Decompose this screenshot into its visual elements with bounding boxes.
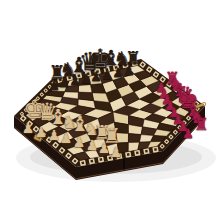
white-piece-pawn: ♟ — [35, 125, 48, 139]
red-piece-pawn: ♟ — [182, 127, 194, 140]
red-piece-rook: ♜ — [193, 116, 208, 133]
black-piece-pawn: ♟ — [69, 74, 81, 87]
white-piece-pawn: ♟ — [48, 128, 61, 142]
black-piece-pawn: ♟ — [101, 68, 113, 81]
white-piece-pawn: ♟ — [98, 141, 111, 155]
black-piece-pawn: ♟ — [90, 70, 102, 83]
black-piece-pawn: ♟ — [58, 76, 70, 89]
black-piece-pawn: ♟ — [123, 64, 135, 77]
white-piece-pawn: ♟ — [86, 138, 99, 152]
white-piece-pawn: ♟ — [22, 121, 35, 135]
pieces-layer: ♜♞♝♛♚♝♞♜♟♟♟♟♟♟♟♟♜♞♝♛♚♝♞♜♟♟♟♟♟♟♟♟♚♛♝♞♝♞♜♜… — [0, 0, 220, 220]
white-piece-pawn: ♟ — [60, 131, 73, 145]
white-piece-pawn: ♟ — [73, 135, 86, 149]
white-piece-pawn: ♟ — [110, 145, 123, 159]
black-piece-pawn: ♟ — [112, 66, 124, 79]
three-player-chess-set-photo: ♜♞♝♛♚♝♞♜♟♟♟♟♟♟♟♟♜♞♝♛♚♝♞♜♟♟♟♟♟♟♟♟♚♛♝♞♝♞♜♜… — [0, 0, 220, 220]
